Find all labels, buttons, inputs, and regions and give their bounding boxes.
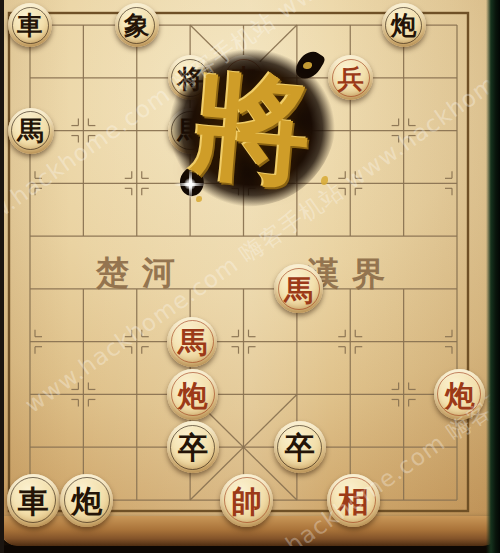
piece-black-elephant[interactable]: 象	[115, 3, 159, 47]
piece-glyph: 帥	[231, 486, 262, 517]
video-edge-left	[0, 0, 4, 553]
piece-red-cannon[interactable]: 炮	[434, 369, 485, 420]
piece-glyph: 炮	[71, 486, 102, 517]
piece-black-chariot[interactable]: 車	[8, 3, 52, 47]
piece-glyph: 卒	[285, 433, 315, 463]
piece-glyph: 卒	[178, 433, 208, 463]
piece-glyph: 馬	[178, 328, 207, 357]
piece-red-elephant[interactable]: 相	[327, 474, 380, 527]
piece-glyph: 車	[17, 13, 43, 39]
piece-glyph: 象	[124, 13, 150, 39]
piece-glyph: 車	[18, 486, 49, 517]
check-banner-text: 將	[188, 64, 316, 192]
piece-glyph: 兵	[338, 66, 364, 92]
piece-red-cannon[interactable]: 炮	[167, 369, 218, 420]
video-edge-right	[486, 0, 500, 553]
piece-glyph: 炮	[445, 381, 475, 411]
xiangqi-game-screen: 楚河 漢界 車象炮将車兵馬馬象馬馬炮炮卒卒車炮帥相 將 www.hackhome…	[0, 0, 500, 553]
piece-red-general[interactable]: 帥	[220, 474, 273, 527]
piece-glyph: 馬	[17, 118, 44, 145]
piece-black-soldier[interactable]: 卒	[274, 421, 326, 473]
piece-black-soldier[interactable]: 卒	[167, 421, 219, 473]
piece-black-chariot[interactable]: 車	[7, 474, 60, 527]
piece-glyph: 炮	[178, 381, 208, 411]
piece-glyph: 相	[338, 486, 369, 517]
piece-black-cannon[interactable]: 炮	[382, 3, 426, 47]
piece-red-horse[interactable]: 馬	[167, 317, 217, 367]
piece-glyph: 馬	[284, 276, 312, 304]
river-label-chu: 楚河	[96, 251, 188, 296]
piece-black-cannon[interactable]: 炮	[60, 474, 113, 527]
piece-black-horse[interactable]: 馬	[8, 108, 54, 154]
video-edge-bottom	[0, 546, 500, 553]
piece-glyph: 炮	[391, 13, 417, 39]
